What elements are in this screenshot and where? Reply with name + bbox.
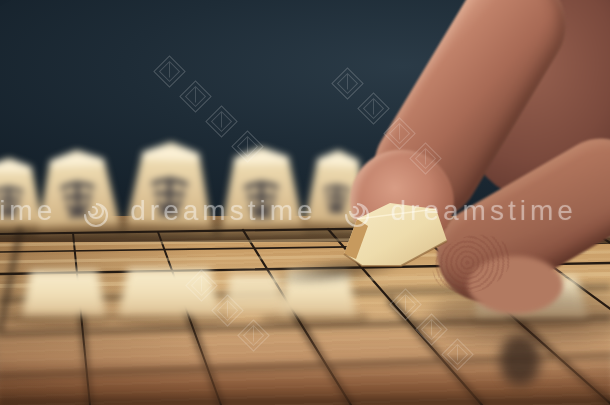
shogi-photo: dreamstime dreamstime dreamstime bbox=[0, 0, 610, 405]
held-shogi-piece bbox=[0, 0, 610, 405]
